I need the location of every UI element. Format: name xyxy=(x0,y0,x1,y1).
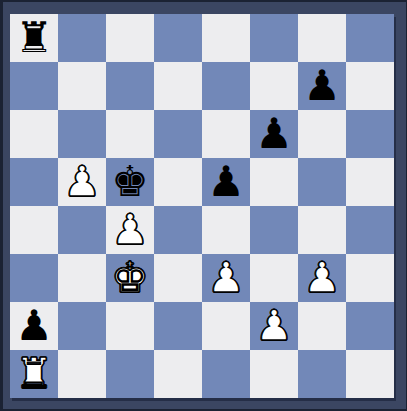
square-c2[interactable] xyxy=(106,302,154,350)
square-c3[interactable]: ♚ xyxy=(106,254,154,302)
piece-white-pawn-g3[interactable]: ♟ xyxy=(303,257,341,299)
square-c5[interactable]: ♚ xyxy=(106,158,154,206)
square-c1[interactable] xyxy=(106,350,154,398)
square-g1[interactable] xyxy=(298,350,346,398)
square-h2[interactable] xyxy=(346,302,394,350)
square-e7[interactable] xyxy=(202,62,250,110)
square-a6[interactable] xyxy=(10,110,58,158)
square-c8[interactable] xyxy=(106,14,154,62)
square-b2[interactable] xyxy=(58,302,106,350)
square-b6[interactable] xyxy=(58,110,106,158)
square-f5[interactable] xyxy=(250,158,298,206)
square-b1[interactable] xyxy=(58,350,106,398)
square-f2[interactable]: ♟ xyxy=(250,302,298,350)
piece-black-king-c5[interactable]: ♚ xyxy=(111,161,149,203)
square-e4[interactable] xyxy=(202,206,250,254)
square-h1[interactable] xyxy=(346,350,394,398)
square-c7[interactable] xyxy=(106,62,154,110)
piece-black-pawn-a2[interactable]: ♟ xyxy=(15,305,53,347)
square-g4[interactable] xyxy=(298,206,346,254)
square-d2[interactable] xyxy=(154,302,202,350)
square-a4[interactable] xyxy=(10,206,58,254)
square-g2[interactable] xyxy=(298,302,346,350)
square-b7[interactable] xyxy=(58,62,106,110)
square-g3[interactable]: ♟ xyxy=(298,254,346,302)
square-f3[interactable] xyxy=(250,254,298,302)
square-e6[interactable] xyxy=(202,110,250,158)
square-c6[interactable] xyxy=(106,110,154,158)
square-d5[interactable] xyxy=(154,158,202,206)
square-e8[interactable] xyxy=(202,14,250,62)
square-a1[interactable]: ♜ xyxy=(10,350,58,398)
square-d4[interactable] xyxy=(154,206,202,254)
square-g8[interactable] xyxy=(298,14,346,62)
square-h5[interactable] xyxy=(346,158,394,206)
piece-white-pawn-b5[interactable]: ♟ xyxy=(63,161,101,203)
square-d8[interactable] xyxy=(154,14,202,62)
square-e3[interactable]: ♟ xyxy=(202,254,250,302)
square-d7[interactable] xyxy=(154,62,202,110)
piece-white-rook-a1[interactable]: ♜ xyxy=(15,353,53,395)
square-e5[interactable]: ♟ xyxy=(202,158,250,206)
square-b5[interactable]: ♟ xyxy=(58,158,106,206)
piece-black-pawn-g7[interactable]: ♟ xyxy=(303,65,341,107)
square-f6[interactable]: ♟ xyxy=(250,110,298,158)
square-c4[interactable]: ♟ xyxy=(106,206,154,254)
square-a5[interactable] xyxy=(10,158,58,206)
square-b3[interactable] xyxy=(58,254,106,302)
piece-white-pawn-c4[interactable]: ♟ xyxy=(111,209,149,251)
square-e2[interactable] xyxy=(202,302,250,350)
square-d3[interactable] xyxy=(154,254,202,302)
piece-white-pawn-f2[interactable]: ♟ xyxy=(255,305,293,347)
square-b8[interactable] xyxy=(58,14,106,62)
square-h8[interactable] xyxy=(346,14,394,62)
piece-black-pawn-e5[interactable]: ♟ xyxy=(207,161,245,203)
square-b4[interactable] xyxy=(58,206,106,254)
square-f8[interactable] xyxy=(250,14,298,62)
piece-black-rook-a8[interactable]: ♜ xyxy=(15,17,53,59)
square-d1[interactable] xyxy=(154,350,202,398)
square-a7[interactable] xyxy=(10,62,58,110)
chess-board: ♜♟♟♟♚♟♟♚♟♟♟♟♜ xyxy=(10,14,394,398)
square-g6[interactable] xyxy=(298,110,346,158)
piece-black-pawn-f6[interactable]: ♟ xyxy=(255,113,293,155)
square-a2[interactable]: ♟ xyxy=(10,302,58,350)
square-e1[interactable] xyxy=(202,350,250,398)
square-g5[interactable] xyxy=(298,158,346,206)
square-g7[interactable]: ♟ xyxy=(298,62,346,110)
square-a8[interactable]: ♜ xyxy=(10,14,58,62)
square-a3[interactable] xyxy=(10,254,58,302)
square-h3[interactable] xyxy=(346,254,394,302)
piece-white-pawn-e3[interactable]: ♟ xyxy=(207,257,245,299)
square-h4[interactable] xyxy=(346,206,394,254)
square-d6[interactable] xyxy=(154,110,202,158)
piece-white-king-c3[interactable]: ♚ xyxy=(111,257,149,299)
square-h6[interactable] xyxy=(346,110,394,158)
square-h7[interactable] xyxy=(346,62,394,110)
square-f1[interactable] xyxy=(250,350,298,398)
board-frame: ♜♟♟♟♚♟♟♚♟♟♟♟♜ xyxy=(0,0,407,411)
square-f7[interactable] xyxy=(250,62,298,110)
square-f4[interactable] xyxy=(250,206,298,254)
